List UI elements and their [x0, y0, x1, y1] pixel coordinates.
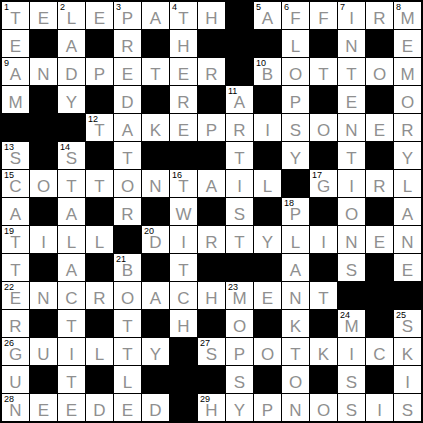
cell-letter: I: [41, 228, 46, 251]
black-cell-r7c11: [282, 170, 309, 197]
black-cell-r11c13: [338, 282, 365, 309]
white-cell-r15c14[interactable]: I: [366, 394, 393, 421]
white-cell-r7c15[interactable]: L: [394, 170, 421, 197]
black-cell-r14c4: [86, 366, 113, 393]
white-cell-r14c15[interactable]: I: [394, 366, 421, 393]
white-cell-r4c1[interactable]: M: [2, 86, 29, 113]
white-cell-r3c1[interactable]: 9A: [2, 58, 29, 85]
white-cell-r11c10[interactable]: E: [254, 282, 281, 309]
cell-letter: P: [94, 60, 105, 83]
white-cell-r7c14[interactable]: R: [366, 170, 393, 197]
white-cell-r5c8[interactable]: P: [198, 114, 225, 141]
white-cell-r1c6[interactable]: A: [142, 2, 169, 29]
white-cell-r7c13[interactable]: I: [338, 170, 365, 197]
black-cell-r6c12: [310, 142, 337, 169]
white-cell-r7c2[interactable]: O: [30, 170, 57, 197]
white-cell-r3c5[interactable]: E: [114, 58, 141, 85]
white-cell-r12c11[interactable]: K: [282, 310, 309, 337]
white-cell-r7c3[interactable]: T: [58, 170, 85, 197]
white-cell-r11c9[interactable]: 23M: [226, 282, 253, 309]
cell-letter: S: [402, 396, 413, 419]
white-cell-r1c7[interactable]: 4T: [170, 2, 197, 29]
white-cell-r4c3[interactable]: Y: [58, 86, 85, 113]
cell-letter: R: [93, 284, 105, 307]
white-cell-r3c2[interactable]: N: [30, 58, 57, 85]
white-cell-r10c11[interactable]: A: [282, 254, 309, 281]
white-cell-r6c15[interactable]: Y: [394, 142, 421, 169]
clue-number-21: 21: [116, 255, 126, 264]
cell-letter: N: [345, 116, 357, 139]
cell-letter: E: [374, 228, 385, 251]
cell-letter: W: [175, 200, 191, 223]
black-cell-r12c6: [142, 310, 169, 337]
white-cell-r13c5[interactable]: T: [114, 338, 141, 365]
black-cell-r2c4: [86, 30, 113, 57]
white-cell-r1c5[interactable]: 3P: [114, 2, 141, 29]
white-cell-r12c3[interactable]: T: [58, 310, 85, 337]
white-cell-r5c13[interactable]: N: [338, 114, 365, 141]
white-cell-r2c11[interactable]: L: [282, 30, 309, 57]
white-cell-r3c10[interactable]: 10B: [254, 58, 281, 85]
white-cell-r9c9[interactable]: T: [226, 226, 253, 253]
clue-number-7: 7: [340, 3, 345, 12]
white-cell-r15c13[interactable]: S: [338, 394, 365, 421]
black-cell-r8c4: [86, 198, 113, 225]
cell-letter: T: [290, 340, 300, 363]
cell-letter: N: [289, 396, 301, 419]
white-cell-r9c2[interactable]: I: [30, 226, 57, 253]
white-cell-r1c12[interactable]: F: [310, 2, 337, 29]
white-cell-r15c10[interactable]: P: [254, 394, 281, 421]
cell-letter: A: [66, 256, 77, 279]
black-cell-r11c15: [394, 282, 421, 309]
cell-letter: K: [402, 340, 413, 363]
cell-letter: U: [37, 340, 49, 363]
white-cell-r7c1[interactable]: 15C: [2, 170, 29, 197]
clue-number-28: 28: [4, 395, 14, 404]
white-cell-r13c13[interactable]: I: [338, 338, 365, 365]
clue-number-9: 9: [4, 59, 9, 68]
white-cell-r14c3[interactable]: T: [58, 366, 85, 393]
cell-letter: E: [178, 60, 189, 83]
white-cell-r2c5[interactable]: R: [114, 30, 141, 57]
cell-letter: A: [262, 4, 273, 27]
white-cell-r4c13[interactable]: E: [338, 86, 365, 113]
white-cell-r15c6[interactable]: D: [142, 394, 169, 421]
white-cell-r5c10[interactable]: I: [254, 114, 281, 141]
cell-letter: Y: [234, 396, 245, 419]
cell-letter: A: [206, 172, 217, 195]
white-cell-r14c11[interactable]: O: [282, 366, 309, 393]
white-cell-r15c1[interactable]: 28N: [2, 394, 29, 421]
cell-letter: A: [10, 60, 21, 83]
white-cell-r9c13[interactable]: N: [338, 226, 365, 253]
clue-number-17: 17: [312, 171, 322, 180]
cell-letter: T: [10, 4, 20, 27]
white-cell-r13c12[interactable]: K: [310, 338, 337, 365]
white-cell-r13c1[interactable]: 26G: [2, 338, 29, 365]
white-cell-r8c5[interactable]: R: [114, 198, 141, 225]
cell-letter: N: [37, 60, 49, 83]
white-cell-r11c1[interactable]: 22E: [2, 282, 29, 309]
white-cell-r9c11[interactable]: L: [282, 226, 309, 253]
black-cell-r14c12: [310, 366, 337, 393]
white-cell-r11c12[interactable]: T: [310, 282, 337, 309]
clue-number-22: 22: [4, 283, 14, 292]
white-cell-r1c14[interactable]: R: [366, 2, 393, 29]
white-cell-r7c7[interactable]: 16T: [170, 170, 197, 197]
white-cell-r3c8[interactable]: R: [198, 58, 225, 85]
white-cell-r10c15[interactable]: E: [394, 254, 421, 281]
black-cell-r2c8: [198, 30, 225, 57]
white-cell-r5c5[interactable]: A: [114, 114, 141, 141]
cell-letter: R: [233, 116, 245, 139]
white-cell-r13c9[interactable]: P: [226, 338, 253, 365]
cell-letter: Y: [66, 88, 77, 111]
clue-number-6: 6: [284, 3, 289, 12]
white-cell-r5c9[interactable]: R: [226, 114, 253, 141]
white-cell-r3c13[interactable]: T: [338, 58, 365, 85]
white-cell-r9c14[interactable]: E: [366, 226, 393, 253]
cell-letter: O: [373, 60, 386, 83]
white-cell-r12c15[interactable]: 25S: [394, 310, 421, 337]
clue-number-3: 3: [116, 3, 121, 12]
clue-number-12: 12: [88, 115, 98, 124]
white-cell-r3c11[interactable]: O: [282, 58, 309, 85]
cell-letter: N: [345, 32, 357, 55]
white-cell-r15c4[interactable]: D: [86, 394, 113, 421]
white-cell-r7c9[interactable]: I: [226, 170, 253, 197]
white-cell-r11c6[interactable]: A: [142, 282, 169, 309]
white-cell-r5c7[interactable]: E: [170, 114, 197, 141]
white-cell-r13c15[interactable]: K: [394, 338, 421, 365]
cell-letter: A: [66, 200, 77, 223]
white-cell-r9c12[interactable]: I: [310, 226, 337, 253]
cell-letter: L: [263, 172, 272, 195]
white-cell-r2c1[interactable]: E: [2, 30, 29, 57]
cell-letter: L: [291, 228, 300, 251]
black-cell-r5c3: [58, 114, 85, 141]
cell-letter: P: [262, 396, 273, 419]
black-cell-r8c14: [366, 198, 393, 225]
clue-number-23: 23: [228, 283, 238, 292]
cell-letter: P: [234, 340, 245, 363]
black-cell-r12c14: [366, 310, 393, 337]
white-cell-r14c9[interactable]: S: [226, 366, 253, 393]
white-cell-r6c11[interactable]: Y: [282, 142, 309, 169]
white-cell-r13c10[interactable]: O: [254, 338, 281, 365]
cell-letter: E: [402, 256, 413, 279]
white-cell-r15c8[interactable]: 29H: [198, 394, 225, 421]
cell-letter: T: [318, 60, 328, 83]
cell-letter: I: [349, 340, 354, 363]
white-cell-r11c11[interactable]: N: [282, 282, 309, 309]
white-cell-r10c3[interactable]: A: [58, 254, 85, 281]
white-cell-r2c15[interactable]: E: [394, 30, 421, 57]
white-cell-r6c5[interactable]: T: [114, 142, 141, 169]
cell-letter: T: [346, 60, 356, 83]
white-cell-r1c2[interactable]: E: [30, 2, 57, 29]
cell-letter: S: [234, 200, 245, 223]
white-cell-r9c15[interactable]: N: [394, 226, 421, 253]
white-cell-r8c9[interactable]: S: [226, 198, 253, 225]
cell-letter: O: [261, 340, 274, 363]
black-cell-r2c2: [30, 30, 57, 57]
black-cell-r15c7: [170, 394, 197, 421]
black-cell-r12c12: [310, 310, 337, 337]
clue-number-5: 5: [256, 3, 261, 12]
white-cell-r2c3[interactable]: A: [58, 30, 85, 57]
crossword-grid: 1TE2LE3PA4TH5A6FF7IR8MEARHLNE9ANDPETER10…: [0, 0, 423, 423]
black-cell-r13c7: [170, 338, 197, 365]
white-cell-r11c3[interactable]: C: [58, 282, 85, 309]
cell-letter: S: [290, 116, 301, 139]
black-cell-r8c10: [254, 198, 281, 225]
cell-letter: T: [178, 4, 188, 27]
white-cell-r1c1[interactable]: 1T: [2, 2, 29, 29]
white-cell-r6c9[interactable]: T: [226, 142, 253, 169]
white-cell-r9c3[interactable]: L: [58, 226, 85, 253]
clue-number-18: 18: [284, 199, 294, 208]
white-cell-r6c3[interactable]: 14S: [58, 142, 85, 169]
cell-letter: N: [37, 284, 49, 307]
white-cell-r7c4[interactable]: T: [86, 170, 113, 197]
cell-letter: Y: [262, 228, 273, 251]
white-cell-r9c6[interactable]: 20D: [142, 226, 169, 253]
cell-letter: N: [289, 284, 301, 307]
white-cell-r5c4[interactable]: 12T: [86, 114, 113, 141]
white-cell-r14c13[interactable]: S: [338, 366, 365, 393]
white-cell-r1c4[interactable]: E: [86, 2, 113, 29]
cell-letter: I: [237, 172, 242, 195]
black-cell-r4c12: [310, 86, 337, 113]
cell-letter: I: [69, 340, 74, 363]
cell-letter: D: [65, 60, 77, 83]
white-cell-r15c12[interactable]: O: [310, 394, 337, 421]
white-cell-r8c13[interactable]: O: [338, 198, 365, 225]
white-cell-r11c8[interactable]: H: [198, 282, 225, 309]
cell-letter: O: [289, 368, 302, 391]
white-cell-r15c2[interactable]: E: [30, 394, 57, 421]
cell-letter: D: [121, 88, 133, 111]
white-cell-r13c6[interactable]: Y: [142, 338, 169, 365]
cell-letter: E: [262, 284, 273, 307]
cell-letter: T: [318, 284, 328, 307]
white-cell-r1c10[interactable]: 5A: [254, 2, 281, 29]
cell-letter: T: [234, 144, 244, 167]
cell-letter: I: [265, 116, 270, 139]
cell-letter: T: [234, 228, 244, 251]
white-cell-r6c13[interactable]: T: [338, 142, 365, 169]
black-cell-r14c8: [198, 366, 225, 393]
white-cell-r4c5[interactable]: D: [114, 86, 141, 113]
white-cell-r8c15[interactable]: A: [394, 198, 421, 225]
white-cell-r1c13[interactable]: 7I: [338, 2, 365, 29]
cell-letter: H: [177, 312, 189, 335]
cell-letter: R: [401, 116, 413, 139]
black-cell-r4c4: [86, 86, 113, 113]
cell-letter: T: [94, 172, 104, 195]
white-cell-r13c14[interactable]: C: [366, 338, 393, 365]
cell-letter: O: [345, 200, 358, 223]
cell-letter: I: [405, 368, 410, 391]
cell-letter: N: [149, 172, 161, 195]
white-cell-r14c1[interactable]: U: [2, 366, 29, 393]
white-cell-r3c12[interactable]: T: [310, 58, 337, 85]
white-cell-r7c12[interactable]: 17G: [310, 170, 337, 197]
black-cell-r12c2: [30, 310, 57, 337]
white-cell-r12c9[interactable]: O: [226, 310, 253, 337]
cell-letter: I: [349, 4, 354, 27]
clue-number-13: 13: [4, 143, 14, 152]
clue-number-8: 8: [396, 3, 401, 12]
cell-letter: P: [122, 4, 133, 27]
cell-letter: Y: [402, 144, 413, 167]
white-cell-r5c15[interactable]: R: [394, 114, 421, 141]
white-cell-r11c2[interactable]: N: [30, 282, 57, 309]
white-cell-r12c13[interactable]: 24M: [338, 310, 365, 337]
black-cell-r10c4: [86, 254, 113, 281]
white-cell-r9c4[interactable]: L: [86, 226, 113, 253]
cell-letter: E: [66, 396, 77, 419]
clue-number-26: 26: [4, 339, 14, 348]
white-cell-r1c8[interactable]: H: [198, 2, 225, 29]
white-cell-r13c8[interactable]: 27S: [198, 338, 225, 365]
white-cell-r2c7[interactable]: H: [170, 30, 197, 57]
cell-letter: I: [377, 396, 382, 419]
white-cell-r11c5[interactable]: O: [114, 282, 141, 309]
cell-letter: L: [95, 340, 104, 363]
white-cell-r12c7[interactable]: H: [170, 310, 197, 337]
white-cell-r8c3[interactable]: A: [58, 198, 85, 225]
white-cell-r9c10[interactable]: Y: [254, 226, 281, 253]
white-cell-r7c8[interactable]: A: [198, 170, 225, 197]
white-cell-r11c7[interactable]: C: [170, 282, 197, 309]
cell-letter: O: [121, 172, 134, 195]
white-cell-r9c8[interactable]: R: [198, 226, 225, 253]
white-cell-r5c12[interactable]: O: [310, 114, 337, 141]
black-cell-r14c14: [366, 366, 393, 393]
white-cell-r3c14[interactable]: O: [366, 58, 393, 85]
white-cell-r4c15[interactable]: O: [394, 86, 421, 113]
white-cell-r5c14[interactable]: E: [366, 114, 393, 141]
cell-letter: E: [38, 396, 49, 419]
cell-letter: E: [374, 116, 385, 139]
black-cell-r6c2: [30, 142, 57, 169]
clue-number-16: 16: [172, 171, 182, 180]
clue-number-1: 1: [4, 3, 9, 12]
white-cell-r3c15[interactable]: M: [394, 58, 421, 85]
white-cell-r7c6[interactable]: N: [142, 170, 169, 197]
cell-letter: T: [66, 172, 76, 195]
white-cell-r13c2[interactable]: U: [30, 338, 57, 365]
white-cell-r13c3[interactable]: I: [58, 338, 85, 365]
cell-letter: O: [401, 88, 414, 111]
white-cell-r12c5[interactable]: T: [114, 310, 141, 337]
white-cell-r3c7[interactable]: E: [170, 58, 197, 85]
white-cell-r8c1[interactable]: A: [2, 198, 29, 225]
cell-letter: I: [321, 228, 326, 251]
white-cell-r10c5[interactable]: 21B: [114, 254, 141, 281]
white-cell-r15c9[interactable]: Y: [226, 394, 253, 421]
cell-letter: T: [178, 256, 188, 279]
white-cell-r7c10[interactable]: L: [254, 170, 281, 197]
black-cell-r8c8: [198, 198, 225, 225]
white-cell-r3c4[interactable]: P: [86, 58, 113, 85]
white-cell-r5c6[interactable]: K: [142, 114, 169, 141]
black-cell-r12c10: [254, 310, 281, 337]
black-cell-r1c9: [226, 2, 253, 29]
clue-number-15: 15: [4, 171, 14, 180]
white-cell-r15c3[interactable]: E: [58, 394, 85, 421]
white-cell-r8c11[interactable]: 18P: [282, 198, 309, 225]
black-cell-r6c7: [170, 142, 197, 169]
white-cell-r10c7[interactable]: T: [170, 254, 197, 281]
cell-letter: L: [67, 4, 76, 27]
white-cell-r14c5[interactable]: L: [114, 366, 141, 393]
white-cell-r13c4[interactable]: L: [86, 338, 113, 365]
white-cell-r10c13[interactable]: S: [338, 254, 365, 281]
cell-letter: R: [121, 32, 133, 55]
cell-letter: E: [38, 4, 49, 27]
white-cell-r6c1[interactable]: 13S: [2, 142, 29, 169]
white-cell-r4c11[interactable]: P: [282, 86, 309, 113]
cell-letter: T: [122, 312, 132, 335]
cell-letter: A: [10, 200, 21, 223]
cell-letter: R: [205, 60, 217, 83]
cell-letter: S: [346, 396, 357, 419]
cell-letter: D: [149, 396, 161, 419]
white-cell-r7c5[interactable]: O: [114, 170, 141, 197]
white-cell-r1c15[interactable]: 8M: [394, 2, 421, 29]
black-cell-r6c4: [86, 142, 113, 169]
white-cell-r9c1[interactable]: 19T: [2, 226, 29, 253]
white-cell-r15c15[interactable]: S: [394, 394, 421, 421]
cell-letter: U: [9, 368, 21, 391]
white-cell-r5c11[interactable]: S: [282, 114, 309, 141]
white-cell-r11c4[interactable]: R: [86, 282, 113, 309]
cell-letter: T: [346, 144, 356, 167]
white-cell-r4c7[interactable]: R: [170, 86, 197, 113]
white-cell-r4c9[interactable]: 11A: [226, 86, 253, 113]
black-cell-r12c8: [198, 310, 225, 337]
white-cell-r8c7[interactable]: W: [170, 198, 197, 225]
white-cell-r1c3[interactable]: 2L: [58, 2, 85, 29]
black-cell-r4c8: [198, 86, 225, 113]
white-cell-r13c11[interactable]: T: [282, 338, 309, 365]
cell-letter: M: [400, 60, 414, 83]
cell-letter: A: [122, 116, 133, 139]
white-cell-r1c11[interactable]: 6F: [282, 2, 309, 29]
white-cell-r10c1[interactable]: T: [2, 254, 29, 281]
black-cell-r11c14: [366, 282, 393, 309]
clue-number-29: 29: [200, 395, 210, 404]
clue-number-4: 4: [172, 3, 177, 12]
white-cell-r2c13[interactable]: N: [338, 30, 365, 57]
black-cell-r2c12: [310, 30, 337, 57]
white-cell-r15c11[interactable]: N: [282, 394, 309, 421]
white-cell-r15c5[interactable]: E: [114, 394, 141, 421]
cell-letter: H: [205, 4, 217, 27]
cell-letter: Y: [150, 340, 161, 363]
black-cell-r10c8: [198, 254, 225, 281]
white-cell-r12c1[interactable]: R: [2, 310, 29, 337]
cell-letter: E: [346, 88, 357, 111]
white-cell-r9c7[interactable]: I: [170, 226, 197, 253]
cell-letter: C: [373, 340, 385, 363]
white-cell-r3c6[interactable]: T: [142, 58, 169, 85]
white-cell-r3c3[interactable]: D: [58, 58, 85, 85]
